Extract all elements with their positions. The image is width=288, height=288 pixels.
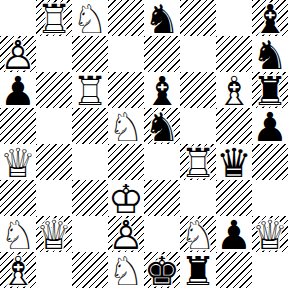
square-h1[interactable] <box>252 252 288 288</box>
square-d6[interactable] <box>108 72 144 108</box>
black-rook-piece[interactable]: ♜ <box>252 73 288 108</box>
square-a4[interactable]: ♛♕ <box>0 144 36 180</box>
square-h8[interactable]: ♝♝ <box>252 0 288 36</box>
white-knight-piece[interactable]: ♘ <box>180 217 216 252</box>
square-a2[interactable]: ♞♘ <box>0 216 36 252</box>
square-b3[interactable] <box>36 180 72 216</box>
square-e4[interactable] <box>144 144 180 180</box>
square-a3[interactable] <box>0 180 36 216</box>
square-g7[interactable] <box>216 36 252 72</box>
square-h4[interactable] <box>252 144 288 180</box>
square-h3[interactable] <box>252 180 288 216</box>
white-queen-piece[interactable]: ♕ <box>36 217 72 252</box>
square-e5[interactable]: ♞♞ <box>144 108 180 144</box>
square-b7[interactable] <box>36 36 72 72</box>
square-f1[interactable]: ♜♜ <box>180 252 216 288</box>
square-f6[interactable] <box>180 72 216 108</box>
square-b2[interactable]: ♛♕ <box>36 216 72 252</box>
white-knight-piece[interactable]: ♘ <box>72 1 108 36</box>
square-g6[interactable]: ♝♗ <box>216 72 252 108</box>
square-h6[interactable]: ♜♜ <box>252 72 288 108</box>
square-c3[interactable] <box>72 180 108 216</box>
white-bishop-piece[interactable]: ♗ <box>216 73 252 108</box>
chess-diagram: ♜♖♞♘♞♞♝♝♟♙♞♞♟♟♜♖♝♝♝♗♜♜♞♘♞♞♟♟♛♕♜♖♛♛♚♔♞♘♛♕… <box>0 0 288 288</box>
white-bishop-piece[interactable]: ♗ <box>0 253 36 288</box>
white-king-piece[interactable]: ♔ <box>108 181 144 216</box>
black-pawn-piece[interactable]: ♟ <box>0 73 36 108</box>
chess-board: ♜♖♞♘♞♞♝♝♟♙♞♞♟♟♜♖♝♝♝♗♜♜♞♘♞♞♟♟♛♕♜♖♛♛♚♔♞♘♛♕… <box>0 0 288 288</box>
square-g3[interactable] <box>216 180 252 216</box>
square-b1[interactable] <box>36 252 72 288</box>
square-e7[interactable] <box>144 36 180 72</box>
square-b5[interactable] <box>36 108 72 144</box>
square-h7[interactable]: ♞♞ <box>252 36 288 72</box>
square-a6[interactable]: ♟♟ <box>0 72 36 108</box>
black-queen-piece[interactable]: ♛ <box>216 145 252 180</box>
white-knight-piece[interactable]: ♘ <box>0 217 36 252</box>
black-king-piece[interactable]: ♚ <box>144 253 180 288</box>
square-c1[interactable] <box>72 252 108 288</box>
white-rook-piece[interactable]: ♖ <box>72 73 108 108</box>
square-a8[interactable] <box>0 0 36 36</box>
square-c8[interactable]: ♞♘ <box>72 0 108 36</box>
square-g5[interactable] <box>216 108 252 144</box>
square-d5[interactable]: ♞♘ <box>108 108 144 144</box>
white-pawn-piece[interactable]: ♙ <box>108 217 144 252</box>
square-g4[interactable]: ♛♛ <box>216 144 252 180</box>
white-rook-piece[interactable]: ♖ <box>180 145 216 180</box>
square-c6[interactable]: ♜♖ <box>72 72 108 108</box>
white-queen-piece[interactable]: ♕ <box>0 145 36 180</box>
black-bishop-piece[interactable]: ♝ <box>252 1 288 36</box>
square-d2[interactable]: ♟♙ <box>108 216 144 252</box>
square-h5[interactable]: ♟♟ <box>252 108 288 144</box>
square-d8[interactable] <box>108 0 144 36</box>
white-pawn-piece[interactable]: ♙ <box>0 37 36 72</box>
square-g8[interactable] <box>216 0 252 36</box>
black-rook-piece[interactable]: ♜ <box>180 253 216 288</box>
square-h2[interactable]: ♛♕ <box>252 216 288 252</box>
square-a5[interactable] <box>0 108 36 144</box>
square-f4[interactable]: ♜♖ <box>180 144 216 180</box>
square-d3[interactable]: ♚♔ <box>108 180 144 216</box>
black-knight-piece[interactable]: ♞ <box>144 1 180 36</box>
square-c4[interactable] <box>72 144 108 180</box>
white-knight-piece[interactable]: ♘ <box>108 253 144 288</box>
white-queen-piece[interactable]: ♕ <box>252 217 288 252</box>
square-d7[interactable] <box>108 36 144 72</box>
black-knight-piece[interactable]: ♞ <box>252 37 288 72</box>
square-c2[interactable] <box>72 216 108 252</box>
square-e2[interactable] <box>144 216 180 252</box>
square-a1[interactable]: ♝♗ <box>0 252 36 288</box>
square-d1[interactable]: ♞♘ <box>108 252 144 288</box>
square-b8[interactable]: ♜♖ <box>36 0 72 36</box>
square-f7[interactable] <box>180 36 216 72</box>
square-e8[interactable]: ♞♞ <box>144 0 180 36</box>
square-f8[interactable] <box>180 0 216 36</box>
square-b4[interactable] <box>36 144 72 180</box>
square-e6[interactable]: ♝♝ <box>144 72 180 108</box>
black-pawn-piece[interactable]: ♟ <box>252 109 288 144</box>
square-d4[interactable] <box>108 144 144 180</box>
square-g2[interactable]: ♟♟ <box>216 216 252 252</box>
square-f5[interactable] <box>180 108 216 144</box>
square-g1[interactable] <box>216 252 252 288</box>
square-b6[interactable] <box>36 72 72 108</box>
black-knight-piece[interactable]: ♞ <box>144 109 180 144</box>
square-c5[interactable] <box>72 108 108 144</box>
square-f2[interactable]: ♞♘ <box>180 216 216 252</box>
white-knight-piece[interactable]: ♘ <box>108 109 144 144</box>
black-pawn-piece[interactable]: ♟ <box>216 217 252 252</box>
square-c7[interactable] <box>72 36 108 72</box>
square-f3[interactable] <box>180 180 216 216</box>
square-e3[interactable] <box>144 180 180 216</box>
square-e1[interactable]: ♚♚ <box>144 252 180 288</box>
square-a7[interactable]: ♟♙ <box>0 36 36 72</box>
white-rook-piece[interactable]: ♖ <box>36 1 72 36</box>
black-bishop-piece[interactable]: ♝ <box>144 73 180 108</box>
